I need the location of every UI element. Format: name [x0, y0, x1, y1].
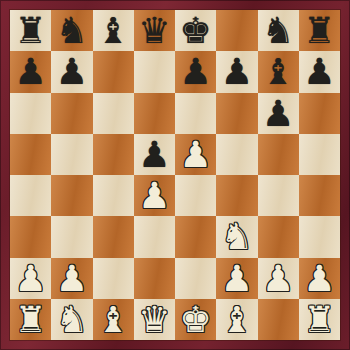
square-e2[interactable]	[175, 258, 216, 299]
square-c3[interactable]	[93, 216, 134, 257]
square-h8[interactable]: ♜	[299, 10, 340, 51]
square-a5[interactable]	[10, 134, 51, 175]
square-c7[interactable]	[93, 51, 134, 92]
piece-black-queen[interactable]: ♛	[138, 10, 170, 51]
piece-black-rook[interactable]: ♜	[303, 10, 335, 51]
square-c8[interactable]: ♝	[93, 10, 134, 51]
piece-white-rook[interactable]: ♜	[303, 299, 335, 340]
square-e1[interactable]: ♚	[175, 299, 216, 340]
square-e6[interactable]	[175, 93, 216, 134]
square-c6[interactable]	[93, 93, 134, 134]
square-g2[interactable]: ♟	[258, 258, 299, 299]
piece-black-pawn[interactable]: ♟	[179, 51, 211, 92]
piece-white-knight[interactable]: ♞	[221, 216, 253, 257]
piece-white-king[interactable]: ♚	[179, 299, 211, 340]
square-a1[interactable]: ♜	[10, 299, 51, 340]
square-f6[interactable]	[216, 93, 257, 134]
piece-black-knight[interactable]: ♞	[262, 10, 294, 51]
square-a4[interactable]	[10, 175, 51, 216]
square-g1[interactable]	[258, 299, 299, 340]
square-h1[interactable]: ♜	[299, 299, 340, 340]
square-b3[interactable]	[51, 216, 92, 257]
piece-white-pawn[interactable]: ♟	[14, 258, 46, 299]
square-f2[interactable]: ♟	[216, 258, 257, 299]
square-b5[interactable]	[51, 134, 92, 175]
square-c1[interactable]: ♝	[93, 299, 134, 340]
square-g4[interactable]	[258, 175, 299, 216]
square-f8[interactable]	[216, 10, 257, 51]
piece-black-pawn[interactable]: ♟	[14, 51, 46, 92]
square-b4[interactable]	[51, 175, 92, 216]
square-b6[interactable]	[51, 93, 92, 134]
piece-white-pawn[interactable]: ♟	[138, 175, 170, 216]
square-d1[interactable]: ♛	[134, 299, 175, 340]
piece-white-pawn[interactable]: ♟	[262, 258, 294, 299]
square-d2[interactable]	[134, 258, 175, 299]
square-c4[interactable]	[93, 175, 134, 216]
square-f4[interactable]	[216, 175, 257, 216]
piece-black-pawn[interactable]: ♟	[303, 51, 335, 92]
square-h5[interactable]	[299, 134, 340, 175]
square-e7[interactable]: ♟	[175, 51, 216, 92]
piece-black-bishop[interactable]: ♝	[97, 10, 129, 51]
square-h4[interactable]	[299, 175, 340, 216]
square-a8[interactable]: ♜	[10, 10, 51, 51]
square-a3[interactable]	[10, 216, 51, 257]
square-f1[interactable]: ♝	[216, 299, 257, 340]
piece-black-pawn[interactable]: ♟	[138, 134, 170, 175]
piece-white-pawn[interactable]: ♟	[221, 258, 253, 299]
piece-black-pawn[interactable]: ♟	[221, 51, 253, 92]
piece-black-king[interactable]: ♚	[179, 10, 211, 51]
piece-white-bishop[interactable]: ♝	[221, 299, 253, 340]
piece-black-pawn[interactable]: ♟	[56, 51, 88, 92]
square-b7[interactable]: ♟	[51, 51, 92, 92]
square-a7[interactable]: ♟	[10, 51, 51, 92]
square-g6[interactable]: ♟	[258, 93, 299, 134]
piece-white-rook[interactable]: ♜	[14, 299, 46, 340]
square-h7[interactable]: ♟	[299, 51, 340, 92]
square-g8[interactable]: ♞	[258, 10, 299, 51]
piece-white-knight[interactable]: ♞	[56, 299, 88, 340]
square-f7[interactable]: ♟	[216, 51, 257, 92]
square-d4[interactable]: ♟	[134, 175, 175, 216]
square-h2[interactable]: ♟	[299, 258, 340, 299]
piece-black-rook[interactable]: ♜	[14, 10, 46, 51]
piece-white-pawn[interactable]: ♟	[303, 258, 335, 299]
square-d3[interactable]	[134, 216, 175, 257]
square-g7[interactable]: ♝	[258, 51, 299, 92]
square-g3[interactable]	[258, 216, 299, 257]
square-b2[interactable]: ♟	[51, 258, 92, 299]
chess-board: ♜♞♝♛♚♞♜♟♟♟♟♝♟♟♟♟♟♞♟♟♟♟♟♜♞♝♛♚♝♜	[10, 10, 340, 340]
piece-black-bishop[interactable]: ♝	[262, 51, 294, 92]
square-f5[interactable]	[216, 134, 257, 175]
square-h3[interactable]	[299, 216, 340, 257]
piece-white-pawn[interactable]: ♟	[179, 134, 211, 175]
square-d8[interactable]: ♛	[134, 10, 175, 51]
square-d6[interactable]	[134, 93, 175, 134]
square-e4[interactable]	[175, 175, 216, 216]
square-e3[interactable]	[175, 216, 216, 257]
square-c2[interactable]	[93, 258, 134, 299]
chess-board-frame: ♜♞♝♛♚♞♜♟♟♟♟♝♟♟♟♟♟♞♟♟♟♟♟♜♞♝♛♚♝♜	[0, 0, 350, 350]
square-f3[interactable]: ♞	[216, 216, 257, 257]
square-b1[interactable]: ♞	[51, 299, 92, 340]
square-c5[interactable]	[93, 134, 134, 175]
piece-white-pawn[interactable]: ♟	[56, 258, 88, 299]
square-b8[interactable]: ♞	[51, 10, 92, 51]
square-d5[interactable]: ♟	[134, 134, 175, 175]
piece-black-knight[interactable]: ♞	[56, 10, 88, 51]
square-e8[interactable]: ♚	[175, 10, 216, 51]
square-h6[interactable]	[299, 93, 340, 134]
square-a6[interactable]	[10, 93, 51, 134]
piece-white-queen[interactable]: ♛	[138, 299, 170, 340]
square-a2[interactable]: ♟	[10, 258, 51, 299]
square-g5[interactable]	[258, 134, 299, 175]
piece-black-pawn[interactable]: ♟	[262, 93, 294, 134]
square-e5[interactable]: ♟	[175, 134, 216, 175]
piece-white-bishop[interactable]: ♝	[97, 299, 129, 340]
square-d7[interactable]	[134, 51, 175, 92]
